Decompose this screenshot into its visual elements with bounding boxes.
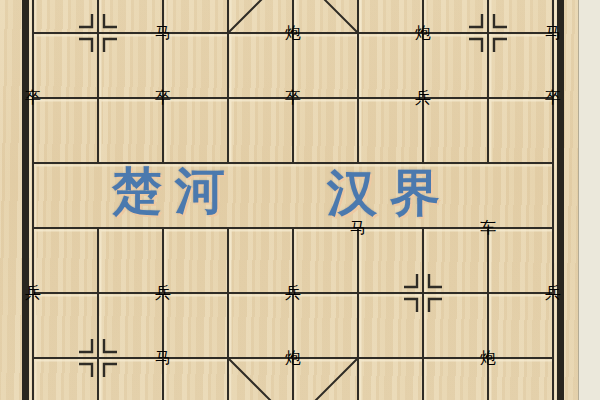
piece-red-cannon[interactable]: 炮 bbox=[263, 328, 324, 389]
piece-black-horse[interactable]: 马 bbox=[133, 3, 194, 64]
piece-layer: 马炮炮马卒卒卒卒车兵马兵兵兵兵马炮炮 bbox=[1, 0, 586, 400]
piece-red-cannon[interactable]: 炮 bbox=[458, 328, 519, 389]
piece-black-cannon[interactable]: 炮 bbox=[393, 3, 454, 64]
piece-red-horse[interactable]: 马 bbox=[328, 198, 389, 259]
piece-black-horse[interactable]: 马 bbox=[523, 3, 584, 64]
piece-red-soldier[interactable]: 兵 bbox=[133, 263, 194, 324]
piece-glyph: 马 bbox=[155, 23, 171, 44]
piece-glyph: 卒 bbox=[25, 88, 41, 109]
piece-black-soldier[interactable]: 卒 bbox=[523, 68, 584, 129]
piece-glyph: 卒 bbox=[285, 88, 301, 109]
piece-glyph: 车 bbox=[480, 218, 496, 239]
piece-glyph: 马 bbox=[155, 348, 171, 369]
piece-black-soldier[interactable]: 卒 bbox=[133, 68, 194, 129]
piece-glyph: 兵 bbox=[415, 88, 431, 109]
piece-red-horse[interactable]: 马 bbox=[133, 328, 194, 389]
xiangqi-board[interactable]: 楚河 汉界 马炮炮马卒卒卒卒车兵马兵兵兵兵马炮炮 bbox=[0, 0, 600, 400]
piece-glyph: 兵 bbox=[155, 283, 171, 304]
piece-glyph: 卒 bbox=[155, 88, 171, 109]
piece-glyph: 炮 bbox=[285, 348, 301, 369]
piece-glyph: 卒 bbox=[545, 88, 561, 109]
piece-red-soldier[interactable]: 兵 bbox=[263, 263, 324, 324]
piece-glyph: 兵 bbox=[545, 283, 561, 304]
piece-black-chariot[interactable]: 车 bbox=[458, 198, 519, 259]
piece-glyph: 马 bbox=[350, 218, 366, 239]
piece-glyph: 炮 bbox=[415, 23, 431, 44]
piece-black-soldier[interactable]: 卒 bbox=[3, 68, 64, 129]
piece-glyph: 兵 bbox=[285, 283, 301, 304]
piece-black-soldier[interactable]: 卒 bbox=[263, 68, 324, 129]
off-board-margin bbox=[578, 0, 600, 400]
piece-glyph: 炮 bbox=[480, 348, 496, 369]
piece-black-cannon[interactable]: 炮 bbox=[263, 3, 324, 64]
piece-glyph: 马 bbox=[545, 23, 561, 44]
piece-red-soldier[interactable]: 兵 bbox=[3, 263, 64, 324]
piece-glyph: 兵 bbox=[25, 283, 41, 304]
piece-red-soldier[interactable]: 兵 bbox=[393, 68, 454, 129]
piece-glyph: 炮 bbox=[285, 23, 301, 44]
piece-red-soldier[interactable]: 兵 bbox=[523, 263, 584, 324]
